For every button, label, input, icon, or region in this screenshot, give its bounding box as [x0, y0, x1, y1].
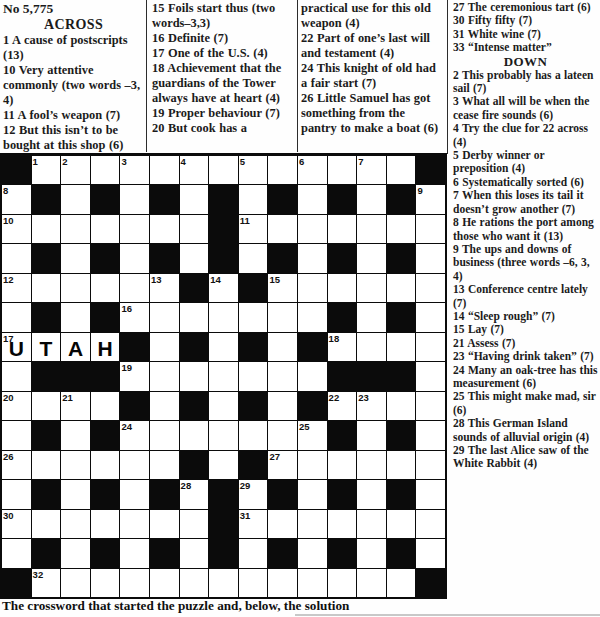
grid-cell[interactable] — [61, 421, 90, 449]
clue: 16 Definite (7) — [152, 31, 294, 46]
grid-cell[interactable] — [416, 539, 445, 567]
grid-cell[interactable] — [180, 421, 209, 449]
grid-cell[interactable] — [268, 421, 297, 449]
grid-cell[interactable] — [387, 333, 416, 361]
grid-cell[interactable] — [357, 480, 386, 508]
clue-number: 23 — [358, 392, 369, 403]
grid-cell[interactable] — [150, 421, 179, 449]
grid-cell[interactable] — [180, 185, 209, 213]
grid-cell[interactable]: 12 — [2, 274, 31, 302]
clue-number: 8 — [3, 185, 8, 196]
grid-cell[interactable] — [120, 215, 149, 243]
clue-number: 20 — [3, 392, 14, 403]
grid-cell[interactable] — [268, 510, 297, 538]
black-square — [268, 539, 297, 567]
grid-cell[interactable] — [32, 215, 61, 243]
black-square — [91, 480, 120, 508]
clue-number: 14 — [210, 274, 221, 285]
black-square — [120, 392, 149, 420]
across-clues-part1: 1 A cause of postscripts (13)10 Very att… — [3, 33, 144, 153]
black-square — [32, 421, 61, 449]
black-square — [180, 333, 209, 361]
clue-number: 5 — [240, 156, 245, 167]
puzzle-number: No 5,775 — [3, 1, 144, 17]
grid-cell[interactable] — [209, 569, 238, 597]
grid-cell[interactable] — [387, 215, 416, 243]
clue-number: 15 — [269, 274, 280, 285]
clue: 7 When this loses its tail it doesn’t gr… — [453, 189, 598, 216]
grid-cell[interactable] — [416, 421, 445, 449]
grid-cell[interactable] — [2, 539, 31, 567]
grid-cell[interactable] — [268, 303, 297, 331]
grid-cell[interactable]: 22 — [328, 392, 357, 420]
grid-cell[interactable] — [61, 185, 90, 213]
clue-number: 11 — [240, 215, 250, 226]
grid-cell[interactable] — [120, 451, 149, 479]
grid-cell[interactable] — [298, 303, 327, 331]
down-heading: DOWN — [453, 55, 598, 69]
clue: 25 This might make mad, sir (6) — [453, 390, 598, 417]
black-square — [209, 510, 238, 538]
black-square — [2, 569, 31, 597]
black-square — [209, 215, 238, 243]
black-square — [387, 303, 416, 331]
grid-cell[interactable] — [91, 156, 120, 184]
black-square — [209, 185, 238, 213]
grid-cell[interactable]: 26 — [2, 451, 31, 479]
grid-cell[interactable] — [298, 539, 327, 567]
grid-cell[interactable] — [180, 539, 209, 567]
across-clues-part3: practical use for this old weapon (4)22 … — [301, 1, 444, 136]
black-square — [239, 392, 268, 420]
grid-cell[interactable]: 6 — [298, 156, 327, 184]
clue: 24 Many an oak-tree has this measurement… — [453, 364, 598, 391]
across-clues-part4: 27 The ceremonious tart (6)30 Fifty fift… — [453, 1, 598, 55]
grid-cell[interactable] — [150, 333, 179, 361]
grid-cell[interactable]: 1 — [32, 156, 61, 184]
grid-cell[interactable] — [328, 451, 357, 479]
black-square — [2, 156, 31, 184]
clue-number: 7 — [358, 156, 363, 167]
grid-cell[interactable] — [357, 274, 386, 302]
clue-number: 18 — [329, 333, 340, 344]
grid-cell[interactable] — [61, 303, 90, 331]
grid-cell[interactable]: 32 — [32, 569, 61, 597]
grid-cell[interactable] — [239, 421, 268, 449]
grid-cell[interactable] — [61, 480, 90, 508]
filled-letter: T — [32, 333, 61, 361]
clue: 17 One of the U.S. (4) — [152, 46, 294, 61]
grid-cell[interactable]: 27 — [268, 451, 297, 479]
grid-cell[interactable] — [209, 333, 238, 361]
black-square — [91, 185, 120, 213]
black-square — [91, 244, 120, 272]
clue: 3 What all will be when the cease fire s… — [453, 95, 598, 122]
grid-cell[interactable] — [150, 392, 179, 420]
grid-cell[interactable] — [298, 215, 327, 243]
grid-cell[interactable] — [268, 392, 297, 420]
clue: 18 Achievement that the guardians of the… — [152, 61, 294, 106]
across-clues-part2: 15 Foils start thus (two words–3,3)16 De… — [152, 1, 294, 136]
grid-cell[interactable] — [150, 510, 179, 538]
black-square — [32, 539, 61, 567]
grid-cell[interactable]: 2 — [61, 156, 90, 184]
grid-cell[interactable] — [416, 392, 445, 420]
clue-column-1: No 5,775 ACROSS 1 A cause of postscripts… — [3, 1, 144, 153]
clue: 10 Very attentive commonly (two words –3… — [3, 63, 144, 108]
clue: 26 Little Samuel has got something from … — [301, 91, 444, 136]
column-divider-3 — [447, 0, 448, 154]
black-square — [328, 421, 357, 449]
grid-cell[interactable] — [387, 569, 416, 597]
clue-column-4: 27 The ceremonious tart (6)30 Fifty fift… — [453, 1, 598, 471]
column-divider-2 — [297, 0, 298, 152]
clue-number: 3 — [121, 156, 126, 167]
grid-cell[interactable]: 21 — [61, 392, 90, 420]
grid-cell[interactable] — [150, 362, 179, 390]
clue: 22 Part of one’s last will and testament… — [301, 31, 444, 61]
black-square — [387, 185, 416, 213]
grid-cell[interactable] — [2, 303, 31, 331]
grid-cell[interactable] — [150, 451, 179, 479]
grid-cell[interactable] — [180, 510, 209, 538]
black-square — [180, 274, 209, 302]
grid-cell[interactable] — [298, 480, 327, 508]
black-square — [32, 362, 61, 390]
grid-cell[interactable] — [2, 421, 31, 449]
clue: 13 Conference centre lately (7) — [453, 283, 598, 310]
filled-letter: A — [61, 333, 90, 361]
grid-cell[interactable]: 23 — [357, 392, 386, 420]
grid-cell[interactable] — [91, 510, 120, 538]
black-square — [387, 362, 416, 390]
clue-number: 27 — [269, 451, 280, 462]
grid-cell[interactable] — [61, 539, 90, 567]
grid-cell[interactable] — [298, 451, 327, 479]
grid-cell[interactable]: 30 — [2, 510, 31, 538]
clue: 30 Fifty fifty (7) — [453, 14, 598, 27]
black-square — [328, 480, 357, 508]
grid-cell[interactable]: 4 — [180, 156, 209, 184]
grid-cell[interactable] — [268, 362, 297, 390]
grid-cell[interactable] — [120, 274, 149, 302]
grid-cell[interactable] — [150, 303, 179, 331]
grid-cell[interactable] — [209, 392, 238, 420]
black-square — [150, 185, 179, 213]
crossword-page: No 5,775 ACROSS 1 A cause of postscripts… — [0, 0, 600, 617]
clue-number: 10 — [3, 215, 14, 226]
clue: 15 Foils start thus (two words–3,3) — [152, 1, 294, 31]
grid-cell[interactable] — [180, 215, 209, 243]
grid-cell[interactable] — [32, 274, 61, 302]
grid-cell[interactable] — [357, 510, 386, 538]
grid-cell[interactable] — [268, 215, 297, 243]
solution-grid-edge — [295, 614, 600, 616]
clue: 5 Derby winner or preposition (4) — [453, 149, 598, 176]
clue-number: 31 — [240, 510, 251, 521]
grid-cell[interactable] — [357, 303, 386, 331]
black-square — [32, 480, 61, 508]
grid-cell[interactable] — [387, 510, 416, 538]
grid-cell[interactable]: 3 — [120, 156, 149, 184]
grid-cell[interactable] — [416, 274, 445, 302]
grid-cell[interactable] — [61, 451, 90, 479]
black-square — [209, 244, 238, 272]
grid-cell[interactable] — [298, 244, 327, 272]
grid-cell[interactable]: 13 — [150, 274, 179, 302]
grid-cell[interactable] — [387, 156, 416, 184]
grid-cell[interactable] — [61, 569, 90, 597]
grid-cell[interactable] — [416, 362, 445, 390]
grid-cell[interactable] — [357, 569, 386, 597]
clue: 4 Try the clue for 22 across (4) — [453, 122, 598, 149]
crossword-grid: 1234567891011121314151617UTAH18192021222… — [0, 153, 447, 599]
black-square — [91, 421, 120, 449]
grid-cell[interactable] — [298, 274, 327, 302]
grid-cell[interactable] — [180, 303, 209, 331]
black-square — [298, 333, 327, 361]
grid-cell[interactable] — [357, 244, 386, 272]
black-square — [328, 185, 357, 213]
grid-cell[interactable]: 29 — [239, 480, 268, 508]
grid-cell[interactable] — [61, 510, 90, 538]
grid-cell[interactable] — [91, 274, 120, 302]
clue: 27 The ceremonious tart (6) — [453, 1, 598, 14]
grid-cell[interactable] — [91, 451, 120, 479]
black-square — [150, 244, 179, 272]
filled-letter: U — [2, 333, 31, 361]
clue-number: 22 — [329, 392, 340, 403]
black-square — [32, 303, 61, 331]
clue: 21 Assess (7) — [453, 337, 598, 350]
black-square — [91, 539, 120, 567]
grid-cell[interactable] — [416, 451, 445, 479]
grid-cell[interactable] — [416, 510, 445, 538]
clue: 28 This German Island sounds of alluvial… — [453, 417, 598, 444]
grid-cell[interactable]: H — [91, 333, 120, 361]
black-square — [268, 480, 297, 508]
grid-cell[interactable] — [61, 244, 90, 272]
black-square — [328, 244, 357, 272]
grid-cell[interactable] — [120, 539, 149, 567]
grid-cell[interactable] — [209, 421, 238, 449]
grid-cell[interactable] — [2, 480, 31, 508]
grid-cell[interactable] — [416, 480, 445, 508]
grid-cell[interactable] — [357, 215, 386, 243]
grid-cell[interactable]: 16 — [120, 303, 149, 331]
grid-cell[interactable] — [328, 569, 357, 597]
clue-number: 12 — [3, 274, 14, 285]
clue: 15 Lay (7) — [453, 323, 598, 336]
clue: 33 “Intense matter” — [453, 41, 598, 54]
grid-cell[interactable]: 9 — [416, 185, 445, 213]
grid-cell[interactable]: 25 — [298, 421, 327, 449]
grid-cell[interactable]: 10 — [2, 215, 31, 243]
grid-cell[interactable]: 18 — [328, 333, 357, 361]
grid-cell[interactable] — [150, 215, 179, 243]
grid-cell[interactable] — [239, 244, 268, 272]
grid-cell[interactable]: 31 — [239, 510, 268, 538]
grid-cell[interactable] — [298, 185, 327, 213]
grid-cell[interactable] — [150, 569, 179, 597]
clue: 29 The last Alice saw of the White Rabbi… — [453, 444, 598, 471]
clue: 19 Proper behaviour (7) — [152, 106, 294, 121]
grid-cell[interactable] — [239, 569, 268, 597]
grid-cell[interactable] — [239, 539, 268, 567]
black-square — [416, 156, 445, 184]
grid-cell[interactable]: 20 — [2, 392, 31, 420]
grid-cell[interactable]: 11 — [239, 215, 268, 243]
black-square — [120, 333, 149, 361]
grid-cell[interactable] — [357, 451, 386, 479]
clue-number: 2 — [62, 156, 67, 167]
grid-cell[interactable] — [239, 303, 268, 331]
grid-cell[interactable] — [239, 362, 268, 390]
black-square — [91, 303, 120, 331]
grid-cell[interactable] — [387, 392, 416, 420]
grid-cell[interactable] — [209, 451, 238, 479]
clue-number: 24 — [121, 421, 132, 432]
black-square — [150, 480, 179, 508]
clue: 23 “Having drink taken” (7) — [453, 350, 598, 363]
grid-cell[interactable] — [387, 274, 416, 302]
grid-cell[interactable] — [150, 156, 179, 184]
clue: 2 This probably has a lateen sail (7) — [453, 69, 598, 96]
clue-number: 21 — [62, 392, 73, 403]
black-square — [180, 392, 209, 420]
caption: The crossword that started the puzzle an… — [2, 599, 349, 613]
grid-cell[interactable]: 15 — [268, 274, 297, 302]
black-square — [416, 569, 445, 597]
black-square — [387, 244, 416, 272]
grid-cell[interactable] — [357, 333, 386, 361]
grid-cell[interactable] — [328, 215, 357, 243]
black-square — [328, 539, 357, 567]
grid-cell[interactable] — [328, 156, 357, 184]
grid-cell[interactable] — [120, 480, 149, 508]
grid-cell[interactable] — [120, 185, 149, 213]
grid-cell[interactable] — [298, 569, 327, 597]
grid-cell[interactable]: 8 — [2, 185, 31, 213]
grid-cell[interactable] — [91, 569, 120, 597]
black-square — [239, 274, 268, 302]
grid-cell[interactable] — [328, 510, 357, 538]
grid-cell[interactable] — [91, 392, 120, 420]
grid-cell[interactable] — [416, 244, 445, 272]
column-divider-1 — [146, 0, 147, 152]
grid-cell[interactable] — [268, 569, 297, 597]
grid-cell[interactable] — [120, 510, 149, 538]
grid-cell[interactable]: 24 — [120, 421, 149, 449]
black-square — [387, 421, 416, 449]
grid-cell[interactable] — [2, 362, 31, 390]
black-square — [328, 362, 357, 390]
grid-cell[interactable]: 7 — [357, 156, 386, 184]
clue-number: 25 — [299, 421, 310, 432]
grid-cell[interactable] — [120, 569, 149, 597]
clue-number: 28 — [181, 480, 192, 491]
black-square — [357, 362, 386, 390]
grid-cell[interactable] — [91, 215, 120, 243]
grid-cell[interactable] — [357, 185, 386, 213]
grid-cell[interactable] — [298, 362, 327, 390]
grid-cell[interactable]: 28 — [180, 480, 209, 508]
clue-number: 16 — [121, 303, 132, 314]
black-square — [239, 333, 268, 361]
grid-cell[interactable] — [298, 510, 327, 538]
black-square — [150, 539, 179, 567]
grid-cell[interactable]: A — [61, 333, 90, 361]
grid-cell[interactable] — [416, 215, 445, 243]
grid-cell[interactable] — [268, 333, 297, 361]
grid-cell[interactable] — [268, 156, 297, 184]
grid-cell[interactable] — [61, 215, 90, 243]
black-square — [209, 539, 238, 567]
grid-cell[interactable] — [357, 539, 386, 567]
black-square — [32, 185, 61, 213]
grid-cell[interactable]: 5 — [239, 156, 268, 184]
black-square — [61, 362, 90, 390]
clue: 24 This knight of old had a fair start (… — [301, 61, 444, 91]
grid-cell[interactable] — [328, 274, 357, 302]
grid-cell[interactable] — [180, 362, 209, 390]
clue-number: 4 — [181, 156, 186, 167]
clue-number: 19 — [121, 362, 132, 373]
grid-cell[interactable] — [32, 510, 61, 538]
clue-number: 13 — [151, 274, 162, 285]
grid-cell[interactable] — [416, 333, 445, 361]
clue-column-3: practical use for this old weapon (4)22 … — [301, 1, 444, 136]
filled-letter: H — [91, 333, 120, 361]
grid-cell[interactable] — [209, 303, 238, 331]
clue-number: 29 — [240, 480, 251, 491]
grid-cell[interactable] — [387, 451, 416, 479]
grid-cell[interactable] — [180, 569, 209, 597]
grid-cell[interactable] — [416, 303, 445, 331]
grid-cell[interactable] — [61, 274, 90, 302]
grid-cell[interactable] — [209, 362, 238, 390]
black-square — [209, 480, 238, 508]
grid-cell[interactable] — [209, 156, 238, 184]
clue-number: 1 — [33, 156, 38, 167]
grid-cell[interactable]: 14 — [209, 274, 238, 302]
black-square — [387, 480, 416, 508]
black-square — [298, 392, 327, 420]
clue: practical use for this old weapon (4) — [301, 1, 444, 31]
clue: 14 “Sleep rough” (7) — [453, 310, 598, 323]
clue: 9 The ups and downs of business (three w… — [453, 243, 598, 283]
grid-cell[interactable] — [357, 421, 386, 449]
grid-cell[interactable]: 17U — [2, 333, 31, 361]
grid-cell[interactable] — [32, 392, 61, 420]
grid-cell[interactable] — [32, 451, 61, 479]
clue: 1 A cause of postscripts (13) — [3, 33, 144, 63]
grid-cell[interactable] — [180, 244, 209, 272]
black-square — [328, 303, 357, 331]
black-square — [239, 451, 268, 479]
down-clues: 2 This probably has a lateen sail (7)3 W… — [453, 69, 598, 471]
grid-cell[interactable] — [239, 185, 268, 213]
black-square — [32, 244, 61, 272]
grid-cell[interactable] — [2, 244, 31, 272]
grid-cell[interactable]: T — [32, 333, 61, 361]
black-square — [268, 185, 297, 213]
clue: 6 Systematically sorted (6) — [453, 176, 598, 189]
clue: 8 He rations the port among those who wa… — [453, 216, 598, 243]
grid-cell[interactable] — [120, 244, 149, 272]
grid-cell[interactable]: 19 — [120, 362, 149, 390]
clue: 12 But this isn’t to be bought at this s… — [3, 123, 144, 153]
